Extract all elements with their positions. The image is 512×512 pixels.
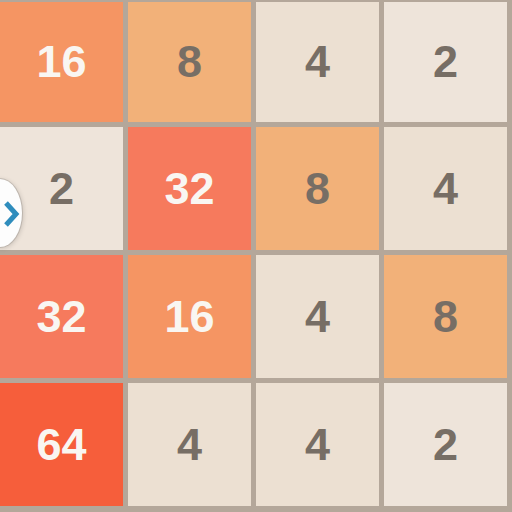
tile-32: 32 — [0, 255, 123, 378]
tile-16: 16 — [128, 255, 251, 378]
board-grid[interactable]: 168422328432164864442 — [0, 2, 507, 506]
tile-4: 4 — [256, 2, 379, 122]
tile-64: 64 — [0, 383, 123, 506]
tile-16: 16 — [0, 2, 123, 122]
tile-2: 2 — [384, 2, 507, 122]
tile-8: 8 — [384, 255, 507, 378]
chevron-right-icon — [3, 200, 20, 228]
tile-8: 8 — [128, 2, 251, 122]
tile-2: 2 — [384, 383, 507, 506]
tile-4: 4 — [256, 383, 379, 506]
game-screen: 168422328432164864442 — [0, 0, 512, 512]
tile-4: 4 — [256, 255, 379, 378]
tile-4: 4 — [128, 383, 251, 506]
tile-8: 8 — [256, 127, 379, 250]
tile-32: 32 — [128, 127, 251, 250]
tile-4: 4 — [384, 127, 507, 250]
